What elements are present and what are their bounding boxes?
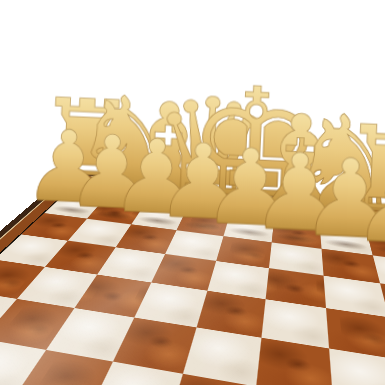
square-a4[interactable] bbox=[0, 234, 68, 267]
square-f6[interactable] bbox=[256, 338, 333, 385]
photo-canvas: ♜♞♝♛♚♝♞♜♟♟♟♟♟♟♟♟ bbox=[0, 0, 385, 385]
scene: ♜♞♝♛♚♝♞♜♟♟♟♟♟♟♟♟ bbox=[0, 0, 385, 385]
square-g4[interactable] bbox=[324, 276, 385, 318]
white-pawn[interactable]: ♟ bbox=[350, 147, 385, 260]
square-h2[interactable]: ♟ bbox=[367, 232, 385, 262]
camera-roll: ♜♞♝♛♚♝♞♜♟♟♟♟♟♟♟♟ bbox=[0, 0, 385, 385]
chess-board: ♜♞♝♛♚♝♞♜♟♟♟♟♟♟♟♟ bbox=[0, 171, 385, 385]
board-grid: ♜♞♝♛♚♝♞♜♟♟♟♟♟♟♟♟ bbox=[0, 179, 385, 385]
